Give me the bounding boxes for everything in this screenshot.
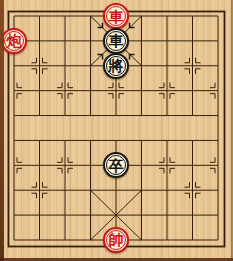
piece-glyph: 車: [109, 34, 124, 49]
piece-glyph: 帥: [109, 233, 124, 248]
piece-black-chariot[interactable]: 車: [103, 28, 129, 54]
piece-red-chariot[interactable]: 車: [103, 3, 129, 29]
pieces-layer: 車炮車將卒帥: [0, 0, 233, 261]
piece-red-cannon[interactable]: 炮: [1, 28, 27, 54]
piece-glyph: 車: [109, 9, 124, 24]
piece-glyph: 卒: [109, 158, 124, 173]
piece-red-general[interactable]: 帥: [103, 227, 129, 253]
piece-black-general[interactable]: 將: [103, 53, 129, 79]
piece-black-soldier[interactable]: 卒: [103, 152, 129, 178]
piece-glyph: 炮: [7, 34, 22, 49]
piece-glyph: 將: [109, 59, 124, 74]
xiangqi-board[interactable]: 車炮車將卒帥: [0, 0, 233, 261]
